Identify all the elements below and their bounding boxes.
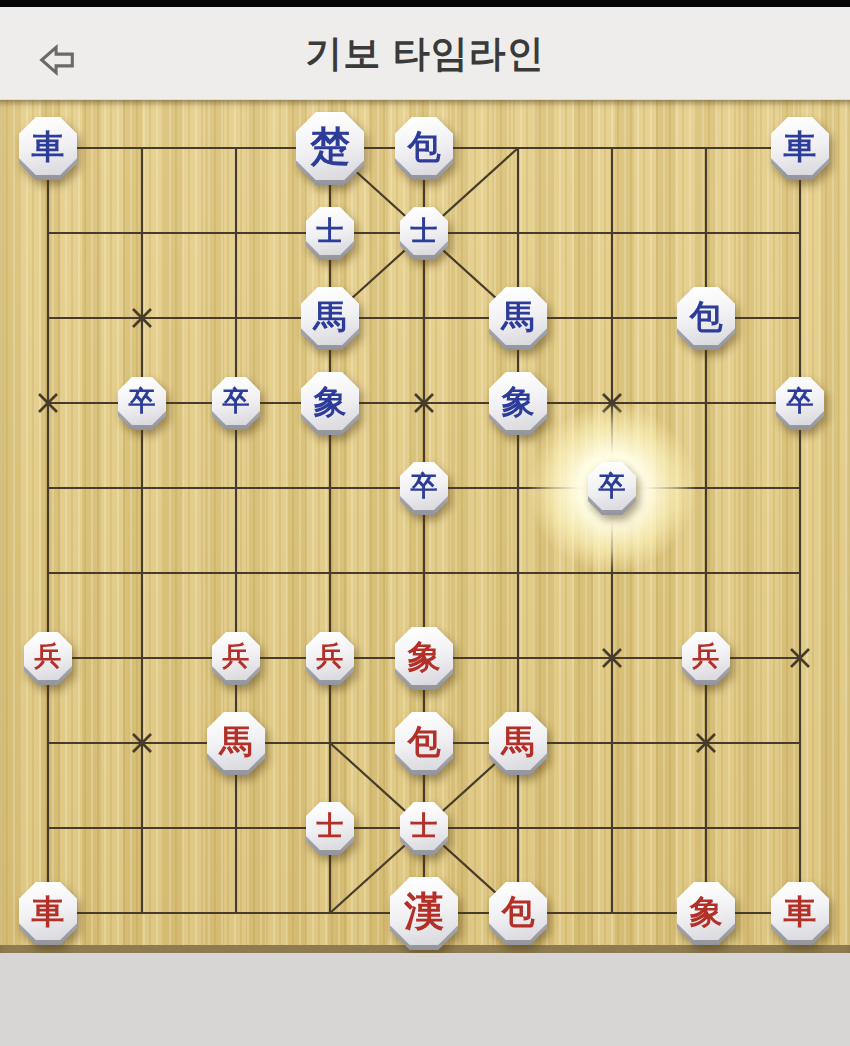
piece-red-soldier: 兵	[212, 632, 260, 685]
piece-glyph: 車	[19, 117, 77, 175]
piece-red-horse: 馬	[489, 712, 547, 775]
piece-blue-soldier: 卒	[776, 377, 824, 430]
piece-glyph: 士	[400, 802, 448, 850]
piece-glyph: 車	[771, 117, 829, 175]
piece-glyph: 卒	[400, 462, 448, 510]
janggi-timeline-app: 기보 타임라인 車楚包車士士馬馬包卒卒象象卒卒卒兵兵兵象兵馬包馬士士車漢包象車 …	[0, 0, 850, 1046]
status-strip	[0, 0, 850, 7]
piece-glyph: 車	[19, 882, 77, 940]
janggi-board: 車楚包車士士馬馬包卒卒象象卒卒卒兵兵兵象兵馬包馬士士車漢包象車	[0, 100, 850, 953]
piece-glyph: 馬	[489, 287, 547, 345]
piece-blue-elephant: 象	[301, 372, 359, 435]
piece-red-horse: 馬	[207, 712, 265, 775]
piece-glyph: 馬	[489, 712, 547, 770]
piece-red-soldier: 兵	[682, 632, 730, 685]
piece-red-guard: 士	[306, 802, 354, 855]
piece-red-cannon: 包	[489, 882, 547, 945]
piece-glyph: 象	[301, 372, 359, 430]
piece-blue-elephant: 象	[489, 372, 547, 435]
piece-blue-chariot: 車	[771, 117, 829, 180]
nav-area: 27/32	[0, 953, 850, 1046]
piece-glyph: 兵	[24, 632, 72, 680]
page-title: 기보 타임라인	[0, 7, 850, 100]
piece-blue-guard: 士	[306, 207, 354, 260]
piece-blue-guard: 士	[400, 207, 448, 260]
piece-red-king: 漢	[390, 877, 458, 950]
piece-glyph: 包	[489, 882, 547, 940]
piece-glyph: 卒	[212, 377, 260, 425]
piece-red-elephant: 象	[677, 882, 735, 945]
piece-glyph: 車	[771, 882, 829, 940]
piece-red-cannon: 包	[395, 712, 453, 775]
piece-red-soldier: 兵	[306, 632, 354, 685]
piece-glyph: 卒	[588, 462, 636, 510]
piece-glyph: 馬	[207, 712, 265, 770]
piece-blue-soldier: 卒	[118, 377, 166, 430]
piece-glyph: 士	[306, 207, 354, 255]
piece-red-chariot: 車	[771, 882, 829, 945]
piece-blue-chariot: 車	[19, 117, 77, 180]
piece-blue-king: 楚	[296, 112, 364, 185]
piece-glyph: 漢	[390, 877, 458, 945]
header: 기보 타임라인	[0, 7, 850, 100]
piece-glyph: 兵	[212, 632, 260, 680]
piece-glyph: 楚	[296, 112, 364, 180]
piece-glyph: 兵	[306, 632, 354, 680]
piece-blue-cannon: 包	[677, 287, 735, 350]
piece-glyph: 士	[306, 802, 354, 850]
piece-blue-soldier: 卒	[212, 377, 260, 430]
piece-glyph: 象	[489, 372, 547, 430]
piece-blue-cannon: 包	[395, 117, 453, 180]
piece-blue-horse: 馬	[301, 287, 359, 350]
piece-glyph: 兵	[682, 632, 730, 680]
piece-red-soldier: 兵	[24, 632, 72, 685]
piece-glyph: 包	[677, 287, 735, 345]
piece-blue-soldier: 卒	[588, 462, 636, 515]
piece-glyph: 包	[395, 712, 453, 770]
piece-blue-soldier: 卒	[400, 462, 448, 515]
piece-glyph: 象	[677, 882, 735, 940]
piece-red-elephant: 象	[395, 627, 453, 690]
piece-red-guard: 士	[400, 802, 448, 855]
piece-red-chariot: 車	[19, 882, 77, 945]
piece-glyph: 士	[400, 207, 448, 255]
piece-glyph: 卒	[118, 377, 166, 425]
piece-blue-horse: 馬	[489, 287, 547, 350]
piece-glyph: 馬	[301, 287, 359, 345]
piece-glyph: 卒	[776, 377, 824, 425]
piece-glyph: 包	[395, 117, 453, 175]
piece-glyph: 象	[395, 627, 453, 685]
